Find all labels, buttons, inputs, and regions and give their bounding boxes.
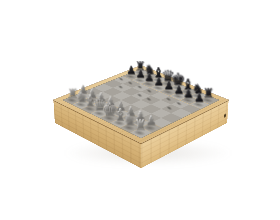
square[interactable]: ♟ <box>190 100 210 109</box>
square[interactable] <box>171 109 191 118</box>
black-pawn-glyph: ♟ <box>194 93 205 105</box>
chess-box: ♜♞♝♛♚♝♞♜♟♟♟♟♟♟♟♟♟♟♟♟♟♟♟♟♜♞♝♛♚♝♞♜ <box>53 65 228 143</box>
white-rook-glyph: ♜ <box>134 119 147 133</box>
piece-black-pawn[interactable]: ♟ <box>186 88 212 104</box>
square[interactable]: ♜ <box>130 128 151 138</box>
chess-set-photo: ♜♞♝♛♚♝♞♜♟♟♟♟♟♟♟♟♟♟♟♟♟♟♟♟♜♞♝♛♚♝♞♜ <box>0 0 280 220</box>
clasp-dot <box>224 113 226 118</box>
piece-white-rook[interactable]: ♜ <box>126 116 155 134</box>
